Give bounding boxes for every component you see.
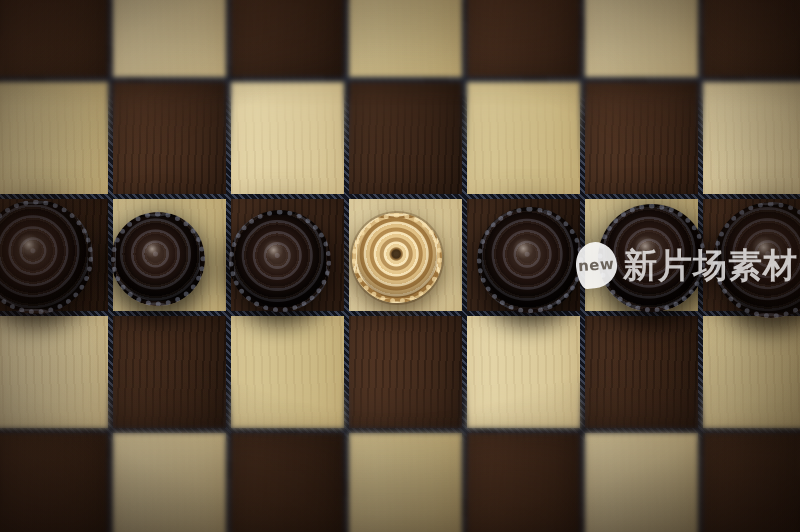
square-r1-c2-light <box>113 0 226 77</box>
black-pawn-col3[interactable] <box>229 210 331 312</box>
square-r2-c6-dark <box>585 82 698 194</box>
square-r1-c7-dark <box>703 0 800 77</box>
square-r5-c4-light <box>349 433 462 532</box>
white-pawn-col4[interactable] <box>352 213 442 303</box>
square-r2-c1-light <box>0 82 108 194</box>
square-r1-c1-dark <box>0 0 108 77</box>
square-r4-c7-light <box>703 316 800 428</box>
square-r4-c4-dark <box>349 316 462 428</box>
square-r2-c3-light <box>231 82 344 194</box>
square-r4-c2-dark <box>113 316 226 428</box>
square-r5-c3-dark <box>231 433 344 532</box>
black-pawn-col2[interactable] <box>111 212 205 306</box>
square-r2-c2-dark <box>113 82 226 194</box>
square-r5-c6-light <box>585 433 698 532</box>
square-r5-c1-dark <box>0 433 108 532</box>
square-r1-c4-light <box>349 0 462 77</box>
square-r2-c5-light <box>467 82 580 194</box>
chessboard-overhead-photo: new 新片场素材 ™ <box>0 0 800 532</box>
square-r4-c5-light <box>467 316 580 428</box>
square-r5-c5-dark <box>467 433 580 532</box>
square-r1-c3-dark <box>231 0 344 77</box>
square-r2-c4-dark <box>349 82 462 194</box>
square-r4-c3-light <box>231 316 344 428</box>
square-r4-c1-light <box>0 316 108 428</box>
square-r1-c5-dark <box>467 0 580 77</box>
square-r1-c6-light <box>585 0 698 77</box>
square-r5-c7-dark <box>703 433 800 532</box>
square-r5-c2-light <box>113 433 226 532</box>
black-pawn-col5[interactable] <box>477 207 583 313</box>
square-r4-c6-dark <box>585 316 698 428</box>
black-pawn-col6[interactable] <box>598 204 706 312</box>
square-r2-c7-light <box>703 82 800 194</box>
